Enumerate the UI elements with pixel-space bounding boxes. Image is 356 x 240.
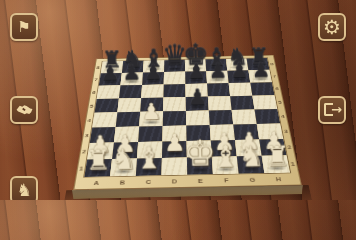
hint-button[interactable]: ♞	[10, 176, 38, 200]
square-b5[interactable]	[117, 98, 141, 112]
file-label-g: G	[249, 177, 255, 183]
piece-black-pawn-h7[interactable]: ♟	[251, 59, 270, 80]
rank-label-4-left: 4	[87, 118, 91, 123]
draw-offer-button[interactable]	[10, 96, 38, 124]
gear-icon: ⚙	[323, 17, 341, 37]
chess-scene: ABCDEFGH1122334455667788♜♞♝♛♚♝♞♜♟♟♟♟♟♟♟♟…	[0, 0, 356, 200]
rank-label-6-left: 6	[92, 90, 96, 94]
piece-white-pawn-c4[interactable]: ♟	[141, 101, 162, 124]
piece-white-knight-g1[interactable]: ♞	[238, 141, 265, 170]
app-root: { "game": "chess", "scene": "3d-wooden-c…	[0, 0, 356, 200]
piece-black-pawn-a7[interactable]: ♟	[100, 63, 119, 84]
piece-black-pawn-e7[interactable]: ♟	[186, 61, 205, 82]
piece-black-pawn-b7[interactable]: ♟	[122, 62, 141, 83]
exit-button[interactable]: →	[318, 96, 346, 124]
rank-label-8-left: 8	[96, 66, 100, 70]
piece-white-bishop-c1[interactable]: ♝	[135, 142, 163, 173]
rank-label-7-right: 7	[272, 74, 276, 78]
file-label-b: B	[119, 180, 125, 186]
rank-label-1-left: 1	[79, 165, 84, 170]
piece-black-pawn-c7[interactable]: ♟	[143, 62, 162, 83]
piece-white-bishop-f1[interactable]: ♝	[211, 141, 239, 172]
rank-label-1-right: 1	[290, 161, 295, 166]
rank-label-4-right: 4	[281, 114, 286, 119]
settings-button[interactable]: ⚙	[318, 13, 346, 41]
piece-white-knight-b1[interactable]: ♞	[110, 144, 137, 173]
rank-label-5-left: 5	[90, 104, 94, 108]
flag-icon: ⚑	[17, 20, 30, 35]
handshake-icon	[15, 102, 34, 119]
rank-label-5-right: 5	[278, 100, 282, 104]
file-label-c: C	[146, 179, 152, 185]
piece-black-pawn-g7[interactable]: ♟	[230, 60, 249, 81]
file-label-a: A	[93, 180, 99, 186]
piece-black-pawn-f7[interactable]: ♟	[208, 60, 227, 81]
knight-icon: ♞	[16, 182, 31, 199]
rank-label-3-left: 3	[85, 133, 90, 138]
file-label-d: D	[172, 179, 177, 185]
rank-label-7-left: 7	[94, 78, 98, 82]
square-b6[interactable]	[119, 85, 142, 99]
piece-black-pawn-e5[interactable]: ♟	[187, 86, 207, 108]
rank-label-6-right: 6	[275, 87, 279, 91]
piece-white-rook-h1[interactable]: ♜	[264, 142, 290, 170]
piece-white-rook-a1[interactable]: ♜	[85, 146, 111, 174]
resign-button[interactable]: ⚑	[10, 13, 38, 41]
file-label-e: E	[198, 178, 203, 184]
exit-icon: →	[323, 103, 341, 117]
file-label-h: H	[275, 176, 281, 182]
file-label-f: F	[224, 177, 229, 183]
rank-label-8-right: 8	[270, 62, 274, 66]
chess-board: ABCDEFGH1122334455667788♜♞♝♛♚♝♞♜♟♟♟♟♟♟♟♟…	[73, 55, 302, 190]
piece-white-pawn-d2[interactable]: ♟	[163, 131, 185, 155]
